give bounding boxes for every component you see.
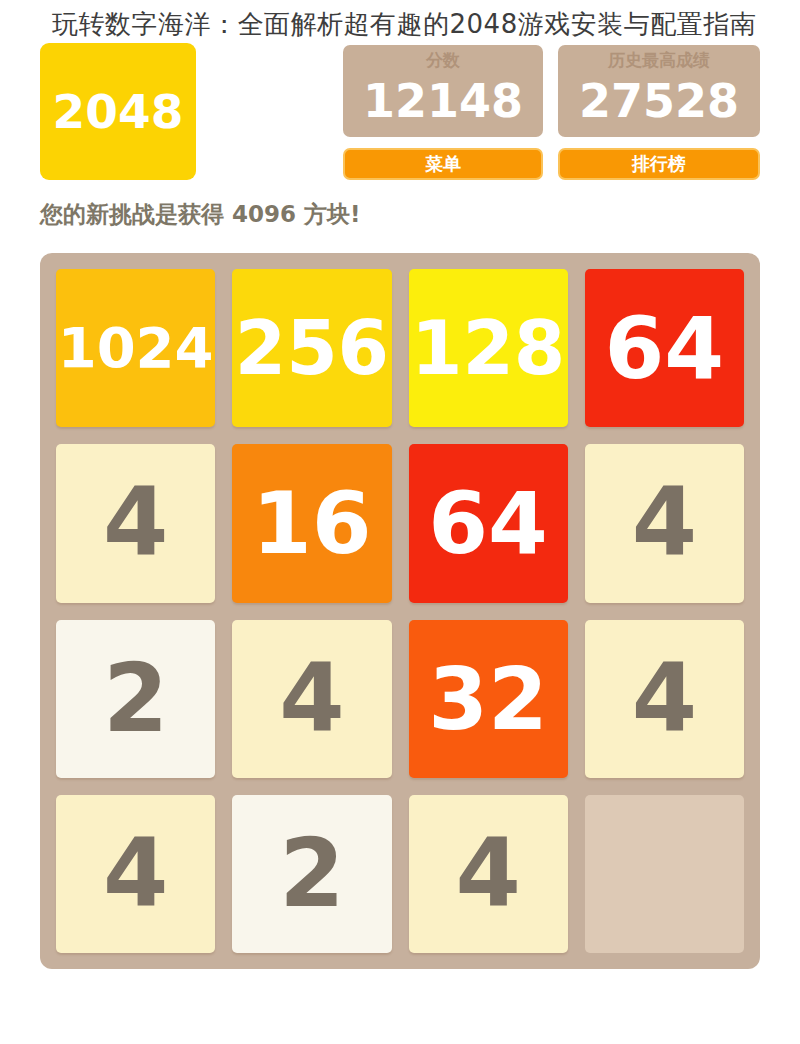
tile-1024: 1024: [56, 269, 215, 427]
score-value: 12148: [363, 72, 523, 130]
tile-2: 2: [56, 620, 215, 778]
tile-32: 32: [409, 620, 568, 778]
tile-128: 128: [409, 269, 568, 427]
score-label: 分数: [426, 48, 460, 72]
tile-256: 256: [232, 269, 391, 427]
tile-4: 4: [232, 620, 391, 778]
tile-4: 4: [56, 795, 215, 953]
leaderboard-button[interactable]: 排行榜: [558, 148, 760, 180]
tile-64: 64: [409, 444, 568, 602]
score-box: 分数 12148: [343, 45, 543, 137]
page-title: 玩转数字海洋：全面解析超有趣的2048游戏安装与配置指南: [52, 7, 756, 42]
tile-64: 64: [585, 269, 744, 427]
tile-4: 4: [409, 795, 568, 953]
best-score-value: 27528: [579, 72, 739, 130]
tile-4: 4: [56, 444, 215, 602]
logo-tile-2048: 2048: [40, 43, 196, 180]
best-score-box: 历史最高成绩 27528: [558, 45, 760, 137]
tile-4: 4: [585, 620, 744, 778]
empty-cell: [585, 795, 744, 953]
tile-16: 16: [232, 444, 391, 602]
menu-button[interactable]: 菜单: [343, 148, 543, 180]
logo-text: 2048: [53, 84, 184, 139]
tile-2: 2: [232, 795, 391, 953]
best-score-label: 历史最高成绩: [608, 48, 710, 72]
tile-4: 4: [585, 444, 744, 602]
challenge-text: 您的新挑战是获得 4096 方块!: [40, 199, 361, 230]
game-board[interactable]: 10242561286441664424324424: [40, 253, 760, 969]
